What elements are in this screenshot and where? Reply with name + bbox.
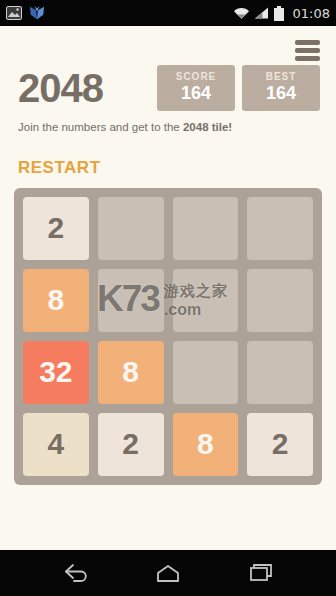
score-container: SCORE 164 BEST 164 bbox=[157, 65, 320, 111]
best-value: 164 bbox=[242, 83, 320, 105]
tile-2: 2 bbox=[98, 413, 164, 476]
tile-4: 4 bbox=[23, 413, 89, 476]
best-box: BEST 164 bbox=[242, 65, 320, 111]
tile-8: 8 bbox=[23, 269, 89, 332]
page-title: 2048 bbox=[18, 68, 103, 108]
best-label: BEST bbox=[242, 70, 320, 83]
app-screen: 01:08 2048 SCORE 164 BEST 164 Join the n… bbox=[0, 0, 336, 596]
board-grid[interactable]: 283284282 bbox=[14, 188, 322, 485]
empty-cell bbox=[173, 269, 239, 332]
android-nav-bar bbox=[0, 550, 336, 596]
battery-icon bbox=[274, 6, 284, 21]
wifi-icon bbox=[234, 7, 249, 19]
hamburger-menu-icon[interactable] bbox=[295, 37, 320, 64]
empty-cell bbox=[247, 269, 313, 332]
status-bar: 01:08 bbox=[0, 0, 336, 26]
score-box: SCORE 164 bbox=[157, 65, 235, 111]
cell-signal-icon bbox=[255, 7, 268, 19]
tile-2: 2 bbox=[247, 413, 313, 476]
subtitle-regular: Join the numbers and get to the bbox=[18, 121, 183, 133]
subtitle: Join the numbers and get to the 2048 til… bbox=[0, 111, 336, 133]
tile-32: 32 bbox=[23, 341, 89, 404]
empty-cell bbox=[247, 341, 313, 404]
score-value: 164 bbox=[157, 83, 235, 105]
score-label: SCORE bbox=[157, 70, 235, 83]
restart-button[interactable]: RESTART bbox=[18, 158, 336, 178]
clock-text: 01:08 bbox=[293, 6, 330, 21]
recents-icon[interactable] bbox=[245, 562, 275, 584]
screenshot-thumbnail-icon bbox=[6, 6, 22, 20]
empty-cell bbox=[173, 341, 239, 404]
empty-cell bbox=[247, 197, 313, 260]
home-icon[interactable] bbox=[153, 562, 183, 584]
header: 2048 SCORE 164 BEST 164 bbox=[0, 65, 336, 111]
tile-2: 2 bbox=[23, 197, 89, 260]
empty-cell bbox=[173, 197, 239, 260]
malwarebytes-icon bbox=[28, 5, 46, 21]
subtitle-bold: 2048 tile! bbox=[183, 121, 232, 133]
empty-cell bbox=[98, 197, 164, 260]
menu-row bbox=[0, 26, 336, 64]
empty-cell bbox=[98, 269, 164, 332]
tile-8: 8 bbox=[173, 413, 239, 476]
tile-8: 8 bbox=[98, 341, 164, 404]
back-icon[interactable] bbox=[61, 562, 91, 584]
